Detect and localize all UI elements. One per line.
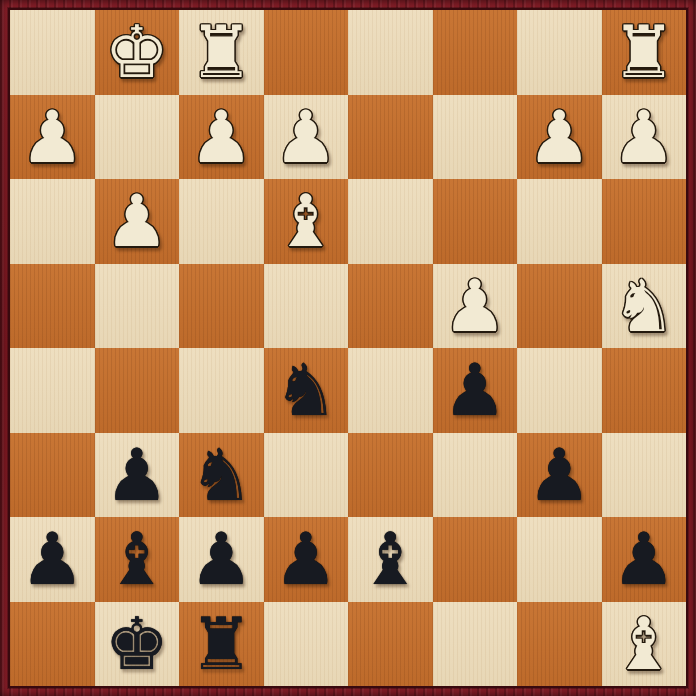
square-d2[interactable]: ♟ (264, 517, 349, 602)
square-g4[interactable] (517, 348, 602, 433)
square-g6[interactable] (517, 179, 602, 264)
square-c3[interactable]: ♞ (179, 433, 264, 518)
piece-black-king[interactable]: ♚ (104, 602, 169, 686)
piece-white-rook[interactable]: ♜ (611, 10, 676, 94)
square-e8[interactable] (348, 10, 433, 95)
square-g3[interactable]: ♟ (517, 433, 602, 518)
piece-black-pawn[interactable]: ♟ (104, 433, 169, 517)
square-e4[interactable] (348, 348, 433, 433)
square-h7[interactable]: ♟ (602, 95, 687, 180)
square-f6[interactable] (433, 179, 518, 264)
square-g1[interactable] (517, 602, 602, 687)
piece-white-king[interactable]: ♚ (104, 10, 169, 94)
square-c2[interactable]: ♟ (179, 517, 264, 602)
square-d8[interactable] (264, 10, 349, 95)
piece-white-bishop[interactable]: ♝ (611, 602, 676, 686)
piece-white-pawn[interactable]: ♟ (527, 95, 592, 179)
square-b7[interactable] (95, 95, 180, 180)
piece-white-rook[interactable]: ♜ (189, 10, 254, 94)
square-a7[interactable]: ♟ (10, 95, 95, 180)
square-b8[interactable]: ♚ (95, 10, 180, 95)
square-d6[interactable]: ♝ (264, 179, 349, 264)
square-c7[interactable]: ♟ (179, 95, 264, 180)
piece-white-pawn[interactable]: ♟ (442, 264, 507, 348)
square-b2[interactable]: ♝ (95, 517, 180, 602)
square-a6[interactable] (10, 179, 95, 264)
square-h8[interactable]: ♜ (602, 10, 687, 95)
square-c4[interactable] (179, 348, 264, 433)
square-e2[interactable]: ♝ (348, 517, 433, 602)
piece-black-bishop[interactable]: ♝ (104, 517, 169, 601)
piece-black-knight[interactable]: ♞ (189, 433, 254, 517)
square-g7[interactable]: ♟ (517, 95, 602, 180)
square-f2[interactable] (433, 517, 518, 602)
square-e3[interactable] (348, 433, 433, 518)
chess-board: ♚♜♜♟♟♟♟♟♟♝♟♞♞♟♟♞♟♟♝♟♟♝♟♚♜♝ (10, 10, 686, 686)
square-c6[interactable] (179, 179, 264, 264)
square-h2[interactable]: ♟ (602, 517, 687, 602)
piece-black-pawn[interactable]: ♟ (20, 517, 85, 601)
piece-black-rook[interactable]: ♜ (189, 602, 254, 686)
piece-black-pawn[interactable]: ♟ (527, 433, 592, 517)
square-f7[interactable] (433, 95, 518, 180)
piece-white-bishop[interactable]: ♝ (273, 179, 338, 263)
square-b3[interactable]: ♟ (95, 433, 180, 518)
square-e7[interactable] (348, 95, 433, 180)
square-e5[interactable] (348, 264, 433, 349)
square-g2[interactable] (517, 517, 602, 602)
square-h1[interactable]: ♝ (602, 602, 687, 687)
piece-black-knight[interactable]: ♞ (273, 348, 338, 432)
square-d5[interactable] (264, 264, 349, 349)
square-h6[interactable] (602, 179, 687, 264)
square-b5[interactable] (95, 264, 180, 349)
square-a3[interactable] (10, 433, 95, 518)
piece-black-pawn[interactable]: ♟ (273, 517, 338, 601)
square-b4[interactable] (95, 348, 180, 433)
square-a1[interactable] (10, 602, 95, 687)
piece-white-knight[interactable]: ♞ (611, 264, 676, 348)
piece-white-pawn[interactable]: ♟ (273, 95, 338, 179)
square-a4[interactable] (10, 348, 95, 433)
square-c8[interactable]: ♜ (179, 10, 264, 95)
piece-white-pawn[interactable]: ♟ (189, 95, 254, 179)
square-g8[interactable] (517, 10, 602, 95)
piece-black-pawn[interactable]: ♟ (611, 517, 676, 601)
square-d3[interactable] (264, 433, 349, 518)
square-c1[interactable]: ♜ (179, 602, 264, 687)
square-b1[interactable]: ♚ (95, 602, 180, 687)
square-h3[interactable] (602, 433, 687, 518)
piece-black-bishop[interactable]: ♝ (358, 517, 423, 601)
square-h4[interactable] (602, 348, 687, 433)
square-d1[interactable] (264, 602, 349, 687)
square-f3[interactable] (433, 433, 518, 518)
square-b6[interactable]: ♟ (95, 179, 180, 264)
square-g5[interactable] (517, 264, 602, 349)
square-a5[interactable] (10, 264, 95, 349)
square-f5[interactable]: ♟ (433, 264, 518, 349)
square-e1[interactable] (348, 602, 433, 687)
square-c5[interactable] (179, 264, 264, 349)
piece-black-pawn[interactable]: ♟ (442, 348, 507, 432)
square-f1[interactable] (433, 602, 518, 687)
board-frame: ♚♜♜♟♟♟♟♟♟♝♟♞♞♟♟♞♟♟♝♟♟♝♟♚♜♝ (0, 0, 696, 696)
piece-white-pawn[interactable]: ♟ (104, 179, 169, 263)
square-h5[interactable]: ♞ (602, 264, 687, 349)
piece-white-pawn[interactable]: ♟ (611, 95, 676, 179)
square-d4[interactable]: ♞ (264, 348, 349, 433)
square-a8[interactable] (10, 10, 95, 95)
square-f8[interactable] (433, 10, 518, 95)
square-d7[interactable]: ♟ (264, 95, 349, 180)
piece-white-pawn[interactable]: ♟ (20, 95, 85, 179)
square-f4[interactable]: ♟ (433, 348, 518, 433)
square-a2[interactable]: ♟ (10, 517, 95, 602)
square-e6[interactable] (348, 179, 433, 264)
piece-black-pawn[interactable]: ♟ (189, 517, 254, 601)
